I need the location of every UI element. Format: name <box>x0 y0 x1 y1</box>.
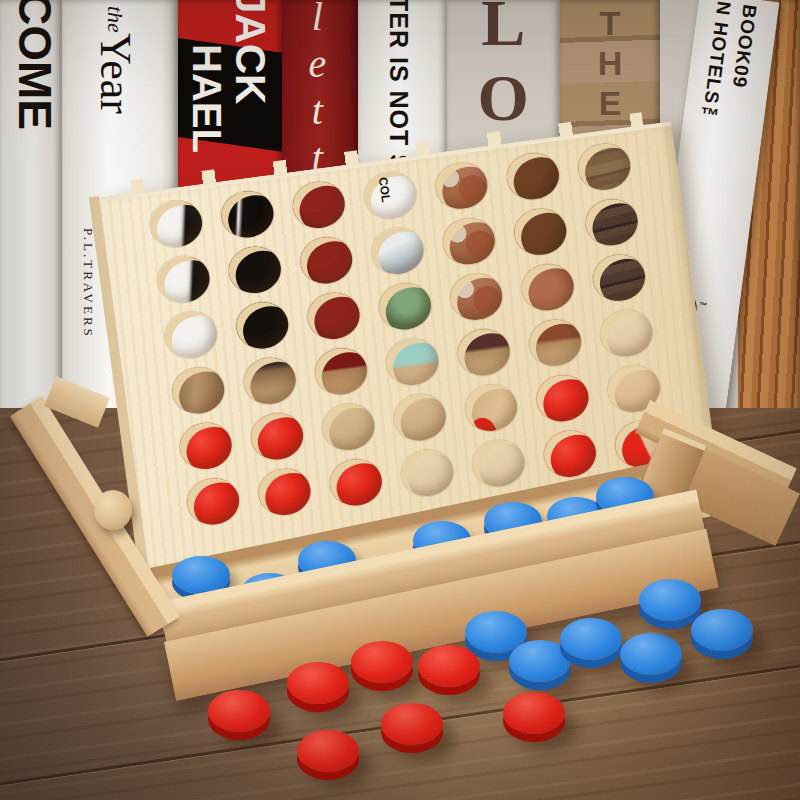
hole-r3c4[interactable] <box>376 280 434 332</box>
book-hotels-line1: N HOTELS™ <box>697 0 735 128</box>
hole-r3c2[interactable] <box>233 299 291 351</box>
hole-r3c7[interactable] <box>590 252 648 304</box>
book-year-the: the <box>103 6 128 33</box>
hole-r3c1[interactable] <box>162 309 220 361</box>
book-come: COME <box>0 0 62 430</box>
hole-r1c3[interactable] <box>290 179 348 231</box>
book-mj-text-jack: JACK <box>226 0 274 104</box>
red-disc[interactable] <box>381 703 443 745</box>
hole-r2c4[interactable] <box>369 225 427 277</box>
hole-r5c3[interactable] <box>320 401 378 453</box>
hole-r6c3-red-disc[interactable] <box>327 456 385 508</box>
hole-r6c6-red-disc[interactable] <box>541 428 599 480</box>
hole-r5c2-red-disc[interactable] <box>248 410 306 462</box>
hole-r2c6[interactable] <box>512 206 570 258</box>
hole-r1c2[interactable] <box>219 188 277 240</box>
hole-r5c4[interactable] <box>391 391 449 443</box>
blue-disc[interactable] <box>620 633 682 675</box>
hole-r4c3-red-disc[interactable] <box>312 345 370 397</box>
hole-r6c2-red-disc[interactable] <box>256 466 314 518</box>
hole-r2c3[interactable] <box>297 234 355 286</box>
blue-disc[interactable] <box>560 618 622 660</box>
book-thefr-the: THE <box>590 4 629 124</box>
book-year-title: Year <box>91 33 140 114</box>
hole-r4c7[interactable] <box>598 307 656 359</box>
hole-r1c5[interactable] <box>433 160 491 212</box>
book-come-text: COME <box>8 0 62 130</box>
red-disc[interactable] <box>351 641 413 683</box>
hole-r4c2[interactable] <box>241 355 299 407</box>
blue-disc[interactable] <box>691 609 753 651</box>
hole-r1c1[interactable] <box>147 198 205 250</box>
hole-r4c4[interactable] <box>384 336 442 388</box>
hole-r5c1-red-disc[interactable] <box>177 420 235 472</box>
tray-wooden-knob <box>94 490 132 530</box>
hole-r3c5[interactable] <box>448 271 506 323</box>
hole-r1c4[interactable]: COL <box>361 169 419 221</box>
hole-r6c5[interactable] <box>470 437 528 489</box>
scene: COME theYear P.L.TRAVERS JACK HAEL lett … <box>0 0 800 800</box>
hole-r5c5-red-disc[interactable] <box>462 382 520 434</box>
red-disc[interactable] <box>208 690 270 732</box>
blue-disc[interactable] <box>639 579 701 621</box>
hole-r6c4[interactable] <box>398 447 456 499</box>
hole-r4c6[interactable] <box>526 317 584 369</box>
hole-r4c1[interactable] <box>170 364 228 416</box>
red-disc[interactable] <box>418 645 480 687</box>
hole-r1c6[interactable] <box>504 150 562 202</box>
hole-r2c5[interactable] <box>440 215 498 267</box>
hole-r6c1-red-disc[interactable] <box>184 475 242 527</box>
hole-r2c1[interactable] <box>155 253 213 305</box>
book-mj-text-hael: HAEL <box>184 44 229 153</box>
hole-r2c2[interactable] <box>226 244 284 296</box>
red-disc[interactable] <box>287 662 349 704</box>
book-year-author: P.L.TRAVERS <box>80 228 96 339</box>
hole-r2c7[interactable] <box>583 196 641 248</box>
red-disc[interactable] <box>297 730 359 772</box>
hole-r4c5[interactable] <box>455 326 513 378</box>
hole-r3c3[interactable] <box>305 290 363 342</box>
book-text-through-hole: COL <box>376 176 393 203</box>
red-disc[interactable] <box>503 692 565 734</box>
hole-r3c6[interactable] <box>519 261 577 313</box>
hole-r5c6-red-disc[interactable] <box>534 372 592 424</box>
hole-r1c7[interactable] <box>576 141 634 193</box>
